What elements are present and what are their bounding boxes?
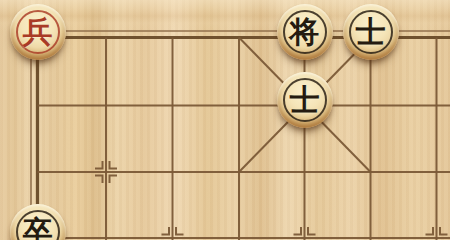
piece-glyph: 士 (290, 85, 320, 115)
pieces-layer: 兵将士士卒 (0, 0, 450, 240)
piece-red-soldier-a0[interactable]: 兵 (10, 4, 66, 60)
piece-black-general-e0[interactable]: 将 (277, 4, 333, 60)
piece-glyph: 兵 (23, 17, 53, 47)
piece-black-soldier-a3[interactable]: 卒 (10, 204, 66, 240)
xiangqi-board: 兵将士士卒 (0, 0, 450, 240)
piece-glyph: 卒 (23, 217, 53, 240)
piece-black-advisor-f0[interactable]: 士 (343, 4, 399, 60)
piece-glyph: 将 (290, 17, 320, 47)
piece-glyph: 士 (356, 17, 386, 47)
piece-black-advisor-e1[interactable]: 士 (277, 72, 333, 128)
